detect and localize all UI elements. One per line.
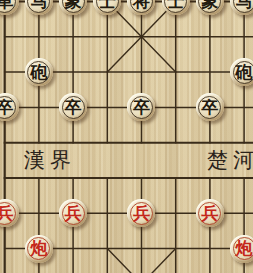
piece-glyph: 卒 — [65, 99, 82, 116]
piece-black-cannon[interactable]: 砲 — [230, 58, 253, 86]
piece-black-soldier[interactable]: 卒 — [127, 93, 155, 121]
piece-black-soldier[interactable]: 卒 — [59, 93, 87, 121]
piece-glyph: 炮 — [236, 240, 253, 257]
pieces-grid: 車马象士将士象马砲砲卒卒卒卒兵兵兵兵炮炮 — [0, 0, 253, 273]
piece-black-general[interactable]: 将 — [127, 0, 155, 15]
piece-red-cannon[interactable]: 炮 — [25, 235, 53, 263]
piece-black-soldier[interactable]: 卒 — [196, 93, 224, 121]
piece-black-soldier[interactable]: 卒 — [0, 93, 19, 121]
piece-black-cannon[interactable]: 砲 — [25, 58, 53, 86]
piece-black-advisor[interactable]: 士 — [162, 0, 190, 15]
piece-red-cannon[interactable]: 炮 — [230, 235, 253, 263]
piece-red-soldier[interactable]: 兵 — [59, 199, 87, 227]
piece-red-soldier[interactable]: 兵 — [196, 199, 224, 227]
piece-black-horse[interactable]: 马 — [230, 0, 253, 15]
piece-glyph: 卒 — [201, 99, 218, 116]
piece-glyph: 兵 — [0, 205, 13, 222]
piece-glyph: 砲 — [30, 64, 47, 81]
piece-glyph: 卒 — [0, 99, 13, 116]
piece-black-horse[interactable]: 马 — [25, 0, 53, 15]
piece-glyph: 士 — [167, 0, 184, 10]
piece-glyph: 象 — [65, 0, 82, 10]
piece-black-elephant[interactable]: 象 — [59, 0, 87, 15]
piece-glyph: 马 — [236, 0, 253, 10]
piece-black-chariot[interactable]: 車 — [0, 0, 19, 15]
piece-glyph: 卒 — [133, 99, 150, 116]
piece-glyph: 兵 — [65, 205, 82, 222]
piece-glyph: 兵 — [133, 205, 150, 222]
piece-glyph: 砲 — [236, 64, 253, 81]
piece-glyph: 将 — [133, 0, 150, 10]
piece-red-soldier[interactable]: 兵 — [127, 199, 155, 227]
piece-black-elephant[interactable]: 象 — [196, 0, 224, 15]
piece-glyph: 車 — [0, 0, 13, 10]
piece-glyph: 兵 — [201, 205, 218, 222]
xiangqi-board[interactable]: 漢界 楚河 車马象士将士象马砲砲卒卒卒卒兵兵兵兵炮炮 — [0, 0, 253, 273]
piece-glyph: 炮 — [30, 240, 47, 257]
piece-red-soldier[interactable]: 兵 — [0, 199, 19, 227]
piece-black-advisor[interactable]: 士 — [93, 0, 121, 15]
piece-glyph: 马 — [30, 0, 47, 10]
piece-glyph: 士 — [99, 0, 116, 10]
piece-glyph: 象 — [201, 0, 218, 10]
